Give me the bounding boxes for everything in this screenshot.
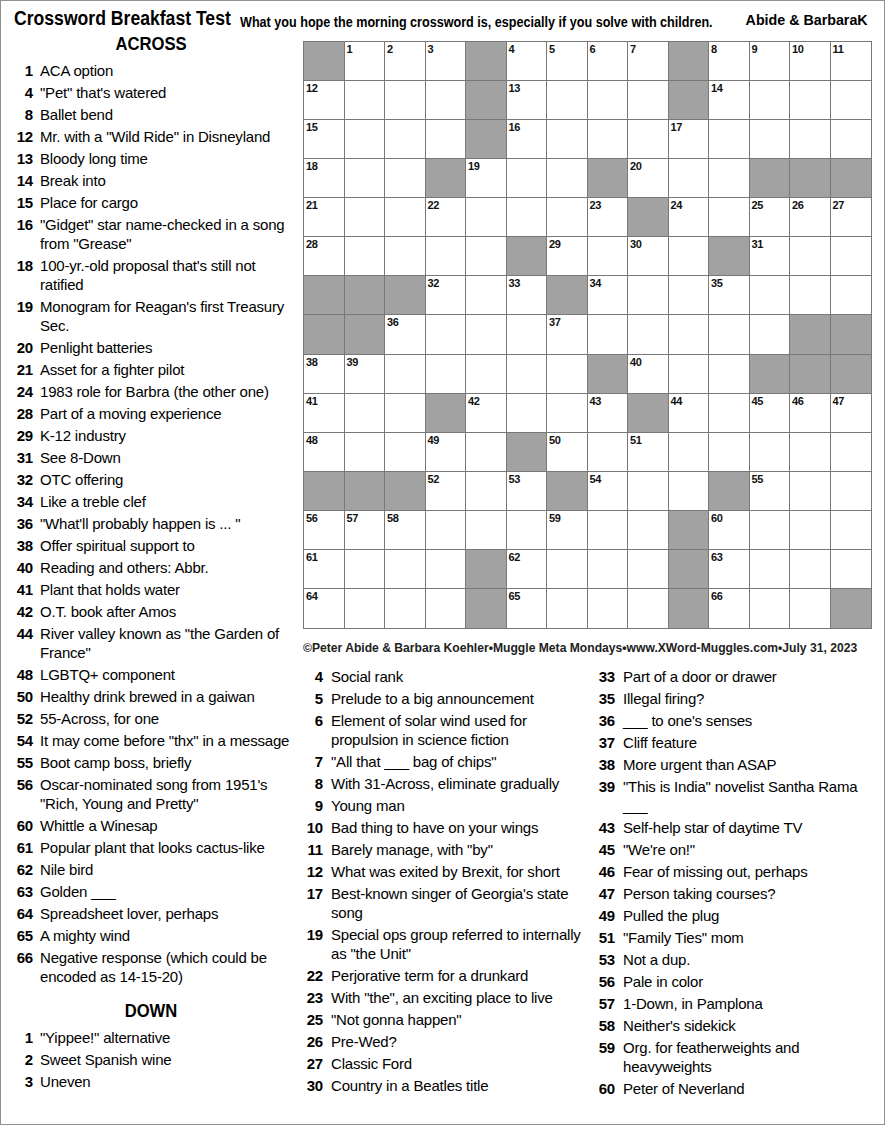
across-clue-40[interactable]: 40Reading and others: Abbr. (11, 558, 291, 577)
grid-cell-r10c14[interactable]: 47 (831, 394, 872, 433)
down-clue-12[interactable]: 12What was exited by Brexit, for short (299, 862, 589, 881)
down-clue-60[interactable]: 60Peter of Neverland (591, 1079, 884, 1098)
grid-cell-r10c1[interactable]: 41 (304, 394, 345, 433)
down-clue-56[interactable]: 56Pale in color (591, 972, 884, 991)
grid-cell-r3c5 (466, 120, 507, 159)
cell-number: 23 (590, 199, 602, 211)
down-clue-46[interactable]: 46Fear of missing out, perhaps (591, 862, 884, 881)
grid-cell-r3c11[interactable] (709, 120, 750, 159)
down-clue-8[interactable]: 8With 31-Across, eliminate gradually (299, 774, 589, 793)
grid-cell-r2c3[interactable] (385, 81, 426, 120)
clue-text: Spreadsheet lover, perhaps (40, 904, 218, 923)
grid-cell-r2c13[interactable] (790, 81, 831, 120)
grid-cell-r14c1[interactable]: 61 (304, 550, 345, 589)
grid-cell-r2c7[interactable] (547, 81, 588, 120)
grid-cell-r6c12[interactable]: 31 (750, 237, 791, 276)
grid-cell-r10c7[interactable] (547, 394, 588, 433)
grid-cell-r7c6[interactable]: 33 (507, 276, 548, 315)
grid-cell-r7c12[interactable] (750, 276, 791, 315)
across-clue-56[interactable]: 56Oscar-nominated song from 1951's "Rich… (11, 775, 291, 813)
grid-cell-r4c5[interactable]: 19 (466, 159, 507, 198)
grid-cell-r11c10[interactable] (669, 433, 710, 472)
clue-text: Pre-Wed? (331, 1032, 397, 1051)
grid-cell-r1c11[interactable]: 8 (709, 42, 750, 81)
grid-cell-r11c8[interactable] (588, 433, 629, 472)
grid-cell-r1c12[interactable]: 9 (750, 42, 791, 81)
grid-cell-r10c6[interactable] (507, 394, 548, 433)
grid-cell-r13c14[interactable] (831, 511, 872, 550)
cell-number: 15 (306, 121, 318, 133)
clue-text: 100-yr.-old proposal that's still not ra… (40, 256, 291, 294)
across-clue-52[interactable]: 5255-Across, for one (11, 709, 291, 728)
grid-cell-r5c13[interactable]: 26 (790, 198, 831, 237)
grid-cell-r12c5[interactable] (466, 472, 507, 511)
across-clue-38[interactable]: 38Offer spiritual support to (11, 536, 291, 555)
down-clue-43[interactable]: 43Self-help star of daytime TV (591, 818, 884, 837)
grid-cell-r11c3[interactable] (385, 433, 426, 472)
grid-cell-r4c6[interactable] (507, 159, 548, 198)
cell-number: 43 (590, 395, 602, 407)
grid-cell-r6c5[interactable] (466, 237, 507, 276)
clue-text: O.T. book after Amos (40, 602, 176, 621)
grid-cell-r10c8[interactable]: 43 (588, 394, 629, 433)
grid-cell-r4c11[interactable] (709, 159, 750, 198)
grid-cell-r8c5[interactable] (466, 315, 507, 354)
grid-cell-r13c5[interactable] (466, 511, 507, 550)
grid-cell-r8c10[interactable] (669, 315, 710, 354)
grid-cell-r14c3[interactable] (385, 550, 426, 589)
down-clue-7[interactable]: 7"All that ___ bag of chips" (299, 752, 589, 771)
clue-number: 19 (299, 925, 323, 963)
grid-cell-r5c5[interactable] (466, 198, 507, 237)
grid-cell-r7c11[interactable]: 35 (709, 276, 750, 315)
grid-cell-r3c13[interactable] (790, 120, 831, 159)
down-clue-57[interactable]: 571-Down, in Pamplona (591, 994, 884, 1013)
down-clue-47[interactable]: 47Person taking courses? (591, 884, 884, 903)
grid-cell-r13c13[interactable] (790, 511, 831, 550)
grid-cell-r9c4[interactable] (426, 355, 467, 394)
grid-cell-r13c6[interactable] (507, 511, 548, 550)
clue-text: Bloody long time (40, 149, 148, 168)
grid-cell-r13c7[interactable]: 59 (547, 511, 588, 550)
grid-cell-r4c1[interactable]: 18 (304, 159, 345, 198)
grid-cell-r8c9[interactable] (628, 315, 669, 354)
grid-cell-r2c2[interactable] (345, 81, 386, 120)
grid-cell-r1c9[interactable]: 7 (628, 42, 669, 81)
grid-cell-r15c2[interactable] (345, 589, 386, 628)
grid-cell-r3c12[interactable] (750, 120, 791, 159)
across-clue-24[interactable]: 241983 role for Barbra (the other one) (11, 382, 291, 401)
grid-cell-r14c7[interactable] (547, 550, 588, 589)
grid-cell-r15c3[interactable] (385, 589, 426, 628)
across-clue-36[interactable]: 36"What'll probably happen is ... " (11, 514, 291, 533)
grid-cell-r15c11[interactable]: 66 (709, 589, 750, 628)
across-clue-65[interactable]: 65A mighty wind (11, 926, 291, 945)
grid-cell-r12c4[interactable]: 52 (426, 472, 467, 511)
grid-cell-r2c12[interactable] (750, 81, 791, 120)
grid-cell-r1c2[interactable]: 1 (345, 42, 386, 81)
clue-number: 34 (11, 492, 33, 511)
grid-cell-r15c4[interactable] (426, 589, 467, 628)
down-clue-45[interactable]: 45"We're on!" (591, 840, 884, 859)
down-clue-10[interactable]: 10Bad thing to have on your wings (299, 818, 589, 837)
grid-cell-r2c1[interactable]: 12 (304, 81, 345, 120)
grid-cell-r11c6 (507, 433, 548, 472)
grid-cell-r13c4[interactable] (426, 511, 467, 550)
clue-number: 61 (11, 838, 33, 857)
grid-cell-r11c11[interactable] (709, 433, 750, 472)
across-clue-31[interactable]: 31See 8-Down (11, 448, 291, 467)
crossword-page: Crossword Breakfast Test What you hope t… (0, 0, 885, 1125)
grid-cell-r15c5 (466, 589, 507, 628)
grid-cell-r12c13[interactable] (790, 472, 831, 511)
grid-cell-r1c4[interactable]: 3 (426, 42, 467, 81)
grid-cell-r5c1[interactable]: 21 (304, 198, 345, 237)
grid-cell-r2c8[interactable] (588, 81, 629, 120)
grid-cell-r13c11[interactable]: 60 (709, 511, 750, 550)
clue-text: Young man (331, 796, 405, 815)
grid-cell-r2c4[interactable] (426, 81, 467, 120)
grid-cell-r6c4[interactable] (426, 237, 467, 276)
clue-number: 28 (11, 404, 33, 423)
clue-number: 20 (11, 338, 33, 357)
grid-cell-r7c3 (385, 276, 426, 315)
grid-cell-r15c6[interactable]: 65 (507, 589, 548, 628)
across-clue-44[interactable]: 44River valley known as "the Garden of F… (11, 624, 291, 662)
grid-cell-r2c14[interactable] (831, 81, 872, 120)
cell-number: 48 (306, 434, 318, 446)
grid-cell-r11c5[interactable] (466, 433, 507, 472)
grid-cell-r13c8[interactable] (588, 511, 629, 550)
grid-cell-r5c12[interactable]: 25 (750, 198, 791, 237)
grid-cell-r5c7[interactable] (547, 198, 588, 237)
clue-number: 36 (591, 711, 615, 730)
grid-cell-r4c3[interactable] (385, 159, 426, 198)
across-clue-62[interactable]: 62Nile bird (11, 860, 291, 879)
grid-cell-r10c13[interactable]: 46 (790, 394, 831, 433)
grid-cell-r12c12[interactable]: 55 (750, 472, 791, 511)
down-clue-49[interactable]: 49Pulled the plug (591, 906, 884, 925)
down-clue-37[interactable]: 37Cliff feature (591, 733, 884, 752)
grid-cell-r7c10[interactable] (669, 276, 710, 315)
grid-cell-r5c8[interactable]: 23 (588, 198, 629, 237)
grid-cell-r10c10[interactable]: 44 (669, 394, 710, 433)
grid-cell-r1c14[interactable]: 11 (831, 42, 872, 81)
cell-number: 65 (509, 590, 521, 602)
grid-cell-r11c7[interactable]: 50 (547, 433, 588, 472)
grid-cell-r11c4[interactable]: 49 (426, 433, 467, 472)
down-clue-58[interactable]: 58Neither's sidekick (591, 1016, 884, 1035)
down-clue-23[interactable]: 23With "the", an exciting place to live (299, 988, 589, 1007)
grid-cell-r8c13 (790, 315, 831, 354)
clue-number: 15 (11, 193, 33, 212)
grid-cell-r1c5 (466, 42, 507, 81)
clue-number: 11 (299, 840, 323, 859)
grid-cell-r5c4[interactable]: 22 (426, 198, 467, 237)
down-clue-59[interactable]: 59Org. for featherweights and heavyweigh… (591, 1038, 884, 1076)
grid-cell-r14c12[interactable] (750, 550, 791, 589)
across-clue-50[interactable]: 50Healthy drink brewed in a gaiwan (11, 687, 291, 706)
across-clue-1[interactable]: 1ACA option (11, 61, 291, 80)
clue-number: 36 (11, 514, 33, 533)
grid-cell-r2c9[interactable] (628, 81, 669, 120)
grid-cell-r7c4[interactable]: 32 (426, 276, 467, 315)
grid-cell-r1c3[interactable]: 2 (385, 42, 426, 81)
down-clue-38[interactable]: 38More urgent than ASAP (591, 755, 884, 774)
grid-cell-r3c14[interactable] (831, 120, 872, 159)
grid-cell-r7c7 (547, 276, 588, 315)
across-clue-20[interactable]: 20Penlight batteries (11, 338, 291, 357)
grid-cell-r8c3[interactable]: 36 (385, 315, 426, 354)
grid-cell-r13c1[interactable]: 56 (304, 511, 345, 550)
cell-number: 40 (630, 356, 642, 368)
grid-cell-r6c10[interactable] (669, 237, 710, 276)
down-clue-9[interactable]: 9Young man (299, 796, 589, 815)
grid-cell-r5c3[interactable] (385, 198, 426, 237)
grid-cell-r9c3[interactable] (385, 355, 426, 394)
across-clue-18[interactable]: 18100-yr.-old proposal that's still not … (11, 256, 291, 294)
across-clue-34[interactable]: 34Like a treble clef (11, 492, 291, 511)
grid-cell-r4c2[interactable] (345, 159, 386, 198)
grid-cell-r14c14[interactable] (831, 550, 872, 589)
cell-number: 60 (711, 512, 723, 524)
grid-cell-r1c7[interactable]: 5 (547, 42, 588, 81)
grid-cell-r6c14[interactable] (831, 237, 872, 276)
across-clue-64[interactable]: 64Spreadsheet lover, perhaps (11, 904, 291, 923)
grid-cell-r6c1[interactable]: 28 (304, 237, 345, 276)
grid-cell-r15c12[interactable] (750, 589, 791, 628)
grid-cell-r14c9[interactable] (628, 550, 669, 589)
grid-cell-r9c2[interactable]: 39 (345, 355, 386, 394)
down-clue-6[interactable]: 6Element of solar wind used for propulsi… (299, 711, 589, 749)
across-clue-48[interactable]: 48LGBTQ+ component (11, 665, 291, 684)
clue-text: Part of a door or drawer (623, 667, 777, 686)
grid-cell-r7c5[interactable] (466, 276, 507, 315)
grid-cell-r14c2[interactable] (345, 550, 386, 589)
clue-number: 21 (11, 360, 33, 379)
grid-cell-r9c6[interactable] (507, 355, 548, 394)
across-clue-63[interactable]: 63Golden ___ (11, 882, 291, 901)
grid-cell-r12c9[interactable] (628, 472, 669, 511)
across-clue-16[interactable]: 16"Gidget" star name-checked in a song f… (11, 215, 291, 253)
grid-cell-r3c9[interactable] (628, 120, 669, 159)
grid-cell-r6c7[interactable]: 29 (547, 237, 588, 276)
grid-cell-r7c9[interactable] (628, 276, 669, 315)
grid-cell-r5c10[interactable]: 24 (669, 198, 710, 237)
down-clue-36[interactable]: 36___ to one's senses (591, 711, 884, 730)
grid-cell-r13c2[interactable]: 57 (345, 511, 386, 550)
clue-text: Reading and others: Abbr. (40, 558, 208, 577)
grid-cell-r6c9[interactable]: 30 (628, 237, 669, 276)
grid-cell-r4c7[interactable] (547, 159, 588, 198)
grid-cell-r3c4[interactable] (426, 120, 467, 159)
grid-cell-r12c10[interactable] (669, 472, 710, 511)
grid-cell-r9c11[interactable] (709, 355, 750, 394)
down-clue-2[interactable]: 2Sweet Spanish wine (11, 1050, 291, 1069)
grid-cell-r8c8[interactable] (588, 315, 629, 354)
across-clue-60[interactable]: 60Whittle a Winesap (11, 816, 291, 835)
grid-cell-r7c13[interactable] (790, 276, 831, 315)
grid-cell-r7c14[interactable] (831, 276, 872, 315)
clue-text: Nile bird (40, 860, 93, 879)
grid-cell-r3c8[interactable] (588, 120, 629, 159)
across-clue-13[interactable]: 13Bloody long time (11, 149, 291, 168)
grid-cell-r3c2[interactable] (345, 120, 386, 159)
cell-number: 55 (752, 473, 764, 485)
down-clue-53[interactable]: 53Not a dup. (591, 950, 884, 969)
down-clue-30[interactable]: 30Country in a Beatles title (299, 1076, 589, 1095)
grid-cell-r6c13[interactable] (790, 237, 831, 276)
clue-number: 59 (591, 1038, 615, 1076)
grid-cell-r1c8[interactable]: 6 (588, 42, 629, 81)
across-clue-61[interactable]: 61Popular plant that looks cactus-like (11, 838, 291, 857)
across-clue-55[interactable]: 55Boot camp boss, briefly (11, 753, 291, 772)
clue-text: Monogram for Reagan's first Treasury Sec… (40, 297, 291, 335)
grid-cell-r11c14[interactable] (831, 433, 872, 472)
grid-cell-r11c9[interactable]: 51 (628, 433, 669, 472)
grid-cell-r15c14 (831, 589, 872, 628)
grid-cell-r14c8[interactable] (588, 550, 629, 589)
grid-cell-r7c8[interactable]: 34 (588, 276, 629, 315)
grid-cell-r13c3[interactable]: 58 (385, 511, 426, 550)
grid-cell-r1c6[interactable]: 4 (507, 42, 548, 81)
grid-cell-r10c12[interactable]: 45 (750, 394, 791, 433)
grid-cell-r6c8[interactable] (588, 237, 629, 276)
grid-cell-r14c4[interactable] (426, 550, 467, 589)
grid-cell-r9c1[interactable]: 38 (304, 355, 345, 394)
down-clue-17[interactable]: 17Best-known singer of Georgia's state s… (299, 884, 589, 922)
clue-number: 30 (299, 1076, 323, 1095)
cell-number: 6 (590, 43, 596, 55)
across-clue-8[interactable]: 8Ballet bend (11, 105, 291, 124)
grid-cell-r10c2[interactable] (345, 394, 386, 433)
grid-cell-r12c6[interactable]: 53 (507, 472, 548, 511)
grid-cell-r3c1[interactable]: 15 (304, 120, 345, 159)
down-clue-11[interactable]: 11Barely manage, with "by" (299, 840, 589, 859)
grid-cell-r11c2[interactable] (345, 433, 386, 472)
grid-cell-r4c10[interactable] (669, 159, 710, 198)
grid-cell-r8c4[interactable] (426, 315, 467, 354)
grid-cell-r15c8[interactable] (588, 589, 629, 628)
grid-cell-r13c12[interactable] (750, 511, 791, 550)
grid-cell-r9c7[interactable] (547, 355, 588, 394)
grid-cell-r12c14[interactable] (831, 472, 872, 511)
grid-cell-r12c1 (304, 472, 345, 511)
grid-cell-r8c7[interactable]: 37 (547, 315, 588, 354)
grid-cell-r5c2[interactable] (345, 198, 386, 237)
clue-number: 56 (11, 775, 33, 813)
grid-cell-r15c1[interactable]: 64 (304, 589, 345, 628)
grid-cell-r11c13[interactable] (790, 433, 831, 472)
down-clue-27[interactable]: 27Classic Ford (299, 1054, 589, 1073)
grid-cell-r2c6[interactable]: 13 (507, 81, 548, 120)
clue-number: 6 (299, 711, 323, 749)
across-clue-32[interactable]: 32OTC offering (11, 470, 291, 489)
grid-cell-r6c3[interactable] (385, 237, 426, 276)
grid-cell-r5c11[interactable] (709, 198, 750, 237)
grid-cell-r15c9[interactable] (628, 589, 669, 628)
grid-cell-r13c9[interactable] (628, 511, 669, 550)
grid-cell-r14c6[interactable]: 62 (507, 550, 548, 589)
grid-cell-r10c5[interactable]: 42 (466, 394, 507, 433)
clue-text: Asset for a fighter pilot (40, 360, 184, 379)
cell-number: 54 (590, 473, 602, 485)
down-clue-4[interactable]: 4Social rank (299, 667, 589, 686)
grid-cell-r8c12[interactable] (750, 315, 791, 354)
across-clue-14[interactable]: 14Break into (11, 171, 291, 190)
grid-cell-r9c9[interactable]: 40 (628, 355, 669, 394)
across-clue-12[interactable]: 12Mr. with a "Wild Ride" in Disneyland (11, 127, 291, 146)
grid-cell-r3c6[interactable]: 16 (507, 120, 548, 159)
clue-number: 31 (11, 448, 33, 467)
across-clue-29[interactable]: 29K-12 industry (11, 426, 291, 445)
across-clue-42[interactable]: 42O.T. book after Amos (11, 602, 291, 621)
grid-cell-r9c5[interactable] (466, 355, 507, 394)
across-clue-19[interactable]: 19Monogram for Reagan's first Treasury S… (11, 297, 291, 335)
grid-cell-r5c6[interactable] (507, 198, 548, 237)
down-clue-19[interactable]: 19Special ops group referred to internal… (299, 925, 589, 963)
grid-cell-r10c11[interactable] (709, 394, 750, 433)
grid-cell-r15c7[interactable] (547, 589, 588, 628)
down-clue-25[interactable]: 25"Not gonna happen" (299, 1010, 589, 1029)
across-clue-15[interactable]: 15Place for cargo (11, 193, 291, 212)
grid-cell-r14c5 (466, 550, 507, 589)
across-clue-21[interactable]: 21Asset for a fighter pilot (11, 360, 291, 379)
down-clue-5[interactable]: 5Prelude to a big announcement (299, 689, 589, 708)
grid-cell-r3c10[interactable]: 17 (669, 120, 710, 159)
down-clue-35[interactable]: 35Illegal firing? (591, 689, 884, 708)
grid-cell-r8c6[interactable] (507, 315, 548, 354)
across-clue-66[interactable]: 66Negative response (which could be enco… (11, 948, 291, 986)
down-clue-51[interactable]: 51"Family Ties" mom (591, 928, 884, 947)
grid-cell-r11c12[interactable] (750, 433, 791, 472)
grid-cell-r1c13[interactable]: 10 (790, 42, 831, 81)
down-clue-3[interactable]: 3Uneven (11, 1072, 291, 1091)
grid-cell-r5c14[interactable]: 27 (831, 198, 872, 237)
cell-number: 10 (792, 43, 804, 55)
down-clue-22[interactable]: 22Perjorative term for a drunkard (299, 966, 589, 985)
grid-cell-r3c7[interactable] (547, 120, 588, 159)
down-clue-26[interactable]: 26Pre-Wed? (299, 1032, 589, 1051)
down-clue-39[interactable]: 39"This is India" novelist Santha Rama _… (591, 777, 884, 815)
grid-cell-r8c11[interactable] (709, 315, 750, 354)
grid-cell-r12c8[interactable]: 54 (588, 472, 629, 511)
grid-cell-r3c3[interactable] (385, 120, 426, 159)
grid-cell-r4c9[interactable]: 20 (628, 159, 669, 198)
down-clue-33[interactable]: 33Part of a door or drawer (591, 667, 884, 686)
grid-cell-r15c13[interactable] (790, 589, 831, 628)
clue-number: 1 (11, 61, 33, 80)
across-clue-4[interactable]: 4"Pet" that's watered (11, 83, 291, 102)
across-clue-54[interactable]: 54It may come before "thx" in a message (11, 731, 291, 750)
grid-cell-r6c11 (709, 237, 750, 276)
grid-cell-r2c11[interactable]: 14 (709, 81, 750, 120)
grid-cell-r1c1 (304, 42, 345, 81)
grid-cell-r4c13 (790, 159, 831, 198)
clue-text: OTC offering (40, 470, 123, 489)
grid-cell-r10c3[interactable] (385, 394, 426, 433)
down-clue-1[interactable]: 1"Yippee!" alternative (11, 1028, 291, 1047)
grid-cell-r14c11[interactable]: 63 (709, 550, 750, 589)
across-clue-28[interactable]: 28Part of a moving experience (11, 404, 291, 423)
across-clue-41[interactable]: 41Plant that holds water (11, 580, 291, 599)
grid-cell-r6c2[interactable] (345, 237, 386, 276)
clue-number: 16 (11, 215, 33, 253)
grid-cell-r14c13[interactable] (790, 550, 831, 589)
grid-cell-r11c1[interactable]: 48 (304, 433, 345, 472)
grid-cell-r9c10[interactable] (669, 355, 710, 394)
grid-cell-r10c9 (628, 394, 669, 433)
